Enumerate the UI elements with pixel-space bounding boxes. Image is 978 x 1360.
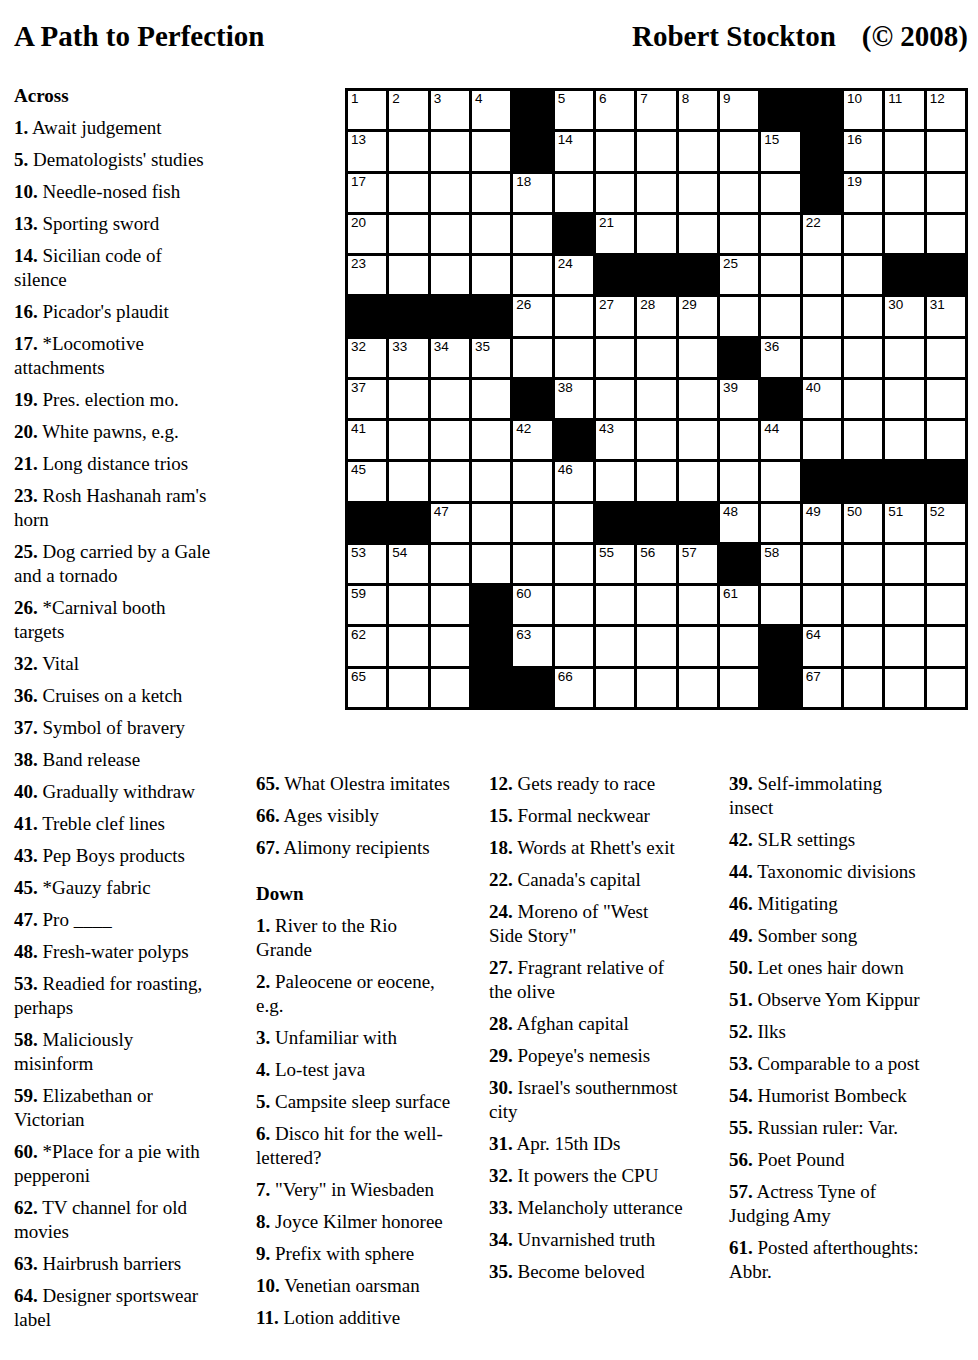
grid-cell-r10c6[interactable]: 46 xyxy=(555,462,593,500)
grid-cell-r4c9[interactable] xyxy=(679,215,717,253)
clue-text: Comparable to a post xyxy=(758,1053,920,1074)
clue-text: It powers the CPU xyxy=(518,1165,659,1186)
grid-cell-r13c12[interactable] xyxy=(803,586,841,624)
grid-cell-r14c3[interactable] xyxy=(431,627,469,665)
grid-cell-r6c5[interactable]: 26 xyxy=(513,297,551,335)
grid-cell-r7c2[interactable]: 33 xyxy=(389,339,427,377)
grid-cell-r6c11[interactable] xyxy=(761,297,799,335)
grid-cell-r7c1[interactable]: 32 xyxy=(348,339,386,377)
grid-cell-r13c1[interactable]: 59 xyxy=(348,586,386,624)
grid-cell-r13c8[interactable] xyxy=(637,586,675,624)
grid-cell-r11c12[interactable]: 49 xyxy=(803,504,841,542)
grid-cell-r6c12[interactable] xyxy=(803,297,841,335)
grid-cell-r9c8[interactable] xyxy=(637,421,675,459)
grid-cell-r7c12[interactable] xyxy=(803,339,841,377)
clue-across-20: 20. White pawns, e.g. xyxy=(14,420,246,444)
grid-cell-r12c14[interactable] xyxy=(885,545,923,583)
grid-cell-r5c1[interactable]: 23 xyxy=(348,256,386,294)
grid-cell-r11c10[interactable]: 48 xyxy=(720,504,758,542)
clue-number: 20. xyxy=(14,421,38,442)
grid-cell-r14c14[interactable] xyxy=(885,627,923,665)
grid-cell-r11c14[interactable]: 51 xyxy=(885,504,923,542)
cell-number: 65 xyxy=(351,669,366,685)
grid-cell-r15c7[interactable] xyxy=(596,669,634,707)
grid-cell-r10c10[interactable] xyxy=(720,462,758,500)
grid-cell-r9c12[interactable] xyxy=(803,421,841,459)
grid-cell-r14c10[interactable] xyxy=(720,627,758,665)
grid-cell-r7c8[interactable] xyxy=(637,339,675,377)
cell-number: 54 xyxy=(392,545,407,561)
grid-cell-r8c12[interactable]: 40 xyxy=(803,380,841,418)
grid-cell-r9c3[interactable] xyxy=(431,421,469,459)
cell-number: 62 xyxy=(351,627,366,643)
grid-cell-r12c8[interactable]: 56 xyxy=(637,545,675,583)
grid-cell-r14c2[interactable] xyxy=(389,627,427,665)
cell-number: 60 xyxy=(516,586,531,602)
cell-number: 57 xyxy=(682,545,697,561)
grid-cell-r8c1[interactable]: 37 xyxy=(348,380,386,418)
clue-text: *Place for a pie with pepperoni xyxy=(14,1141,200,1186)
clue-across-53: 53. Readied for roasting, perhaps xyxy=(14,972,246,1020)
clue-number: 11. xyxy=(256,1307,279,1328)
grid-cell-r4c14[interactable] xyxy=(885,215,923,253)
crossword-page: A Path to Perfection Robert Stockton(© 2… xyxy=(0,0,978,1360)
grid-cell-r13c10[interactable]: 61 xyxy=(720,586,758,624)
grid-cell-r8c10[interactable]: 39 xyxy=(720,380,758,418)
grid-cell-r12c15[interactable] xyxy=(927,545,965,583)
author-name: Robert Stockton xyxy=(632,20,836,52)
grid-cell-r8c14[interactable] xyxy=(885,380,923,418)
clue-number: 29. xyxy=(489,1045,513,1066)
black-cell-r6c1 xyxy=(348,297,386,335)
grid-cell-r2c10[interactable] xyxy=(720,132,758,170)
grid-cell-r15c10[interactable] xyxy=(720,669,758,707)
grid-cell-r11c15[interactable]: 52 xyxy=(927,504,965,542)
grid-cell-r10c1[interactable]: 45 xyxy=(348,462,386,500)
clue-text: Rosh Hashanah ram's horn xyxy=(14,485,206,530)
clue-number: 46. xyxy=(729,893,753,914)
grid-cell-r3c4[interactable] xyxy=(472,174,510,212)
grid-cell-r4c12[interactable]: 22 xyxy=(803,215,841,253)
grid-cell-r8c15[interactable] xyxy=(927,380,965,418)
black-cell-r11c7 xyxy=(596,504,634,542)
clue-number: 53. xyxy=(14,973,38,994)
grid-cell-r3c13[interactable]: 19 xyxy=(844,174,882,212)
clue-text: Mitigating xyxy=(758,893,838,914)
clue-text: Readied for roasting, perhaps xyxy=(14,973,202,1018)
grid-cell-r7c15[interactable] xyxy=(927,339,965,377)
grid-cell-r7c14[interactable] xyxy=(885,339,923,377)
clue-across-65: 65. What Olestra imitates xyxy=(256,772,487,796)
clue-across-13: 13. Sporting sword xyxy=(14,212,246,236)
grid-cell-r8c7[interactable] xyxy=(596,380,634,418)
cell-number: 28 xyxy=(640,297,655,313)
grid-cell-r12c5[interactable] xyxy=(513,545,551,583)
grid-cell-r7c5[interactable] xyxy=(513,339,551,377)
grid-cell-r9c13[interactable] xyxy=(844,421,882,459)
black-cell-r13c4 xyxy=(472,586,510,624)
grid-cell-r3c3[interactable] xyxy=(431,174,469,212)
grid-cell-r13c11[interactable] xyxy=(761,586,799,624)
grid-cell-r14c15[interactable] xyxy=(927,627,965,665)
grid-cell-r13c9[interactable] xyxy=(679,586,717,624)
grid-cell-r3c2[interactable] xyxy=(389,174,427,212)
grid-cell-r13c7[interactable] xyxy=(596,586,634,624)
grid-cell-r11c3[interactable]: 47 xyxy=(431,504,469,542)
clue-text: What Olestra imitates xyxy=(284,773,450,794)
grid-cell-r13c3[interactable] xyxy=(431,586,469,624)
cell-number: 33 xyxy=(392,339,407,355)
black-cell-r1c11 xyxy=(761,91,799,129)
grid-cell-r7c4[interactable]: 35 xyxy=(472,339,510,377)
grid-cell-r3c14[interactable] xyxy=(885,174,923,212)
grid-cell-r14c6[interactable] xyxy=(555,627,593,665)
grid-cell-r14c5[interactable]: 63 xyxy=(513,627,551,665)
cell-number: 31 xyxy=(930,297,945,313)
grid-cell-r14c9[interactable] xyxy=(679,627,717,665)
clue-down-18: 18. Words at Rhett's exit xyxy=(489,836,726,860)
grid-cell-r10c7[interactable] xyxy=(596,462,634,500)
grid-cell-r13c14[interactable] xyxy=(885,586,923,624)
grid-cell-r15c9[interactable] xyxy=(679,669,717,707)
grid-cell-r13c5[interactable]: 60 xyxy=(513,586,551,624)
grid-cell-r2c13[interactable]: 16 xyxy=(844,132,882,170)
grid-cell-r8c4[interactable] xyxy=(472,380,510,418)
grid-cell-r5c2[interactable] xyxy=(389,256,427,294)
cell-number: 39 xyxy=(723,380,738,396)
clue-number: 5. xyxy=(14,149,28,170)
black-cell-r2c5 xyxy=(513,132,551,170)
grid-cell-r12c12[interactable] xyxy=(803,545,841,583)
grid-cell-r9c7[interactable]: 43 xyxy=(596,421,634,459)
grid-cell-r2c14[interactable] xyxy=(885,132,923,170)
clue-number: 27. xyxy=(489,957,513,978)
grid-cell-r9c2[interactable] xyxy=(389,421,427,459)
clue-text: Let ones hair down xyxy=(758,957,904,978)
grid-cell-r4c5[interactable] xyxy=(513,215,551,253)
cell-number: 16 xyxy=(847,132,862,148)
grid-cell-r15c3[interactable] xyxy=(431,669,469,707)
clue-text: TV channel for old movies xyxy=(14,1197,187,1242)
clue-text: Popeye's nemesis xyxy=(518,1045,651,1066)
cell-number: 23 xyxy=(351,256,366,272)
cell-number: 44 xyxy=(764,421,779,437)
grid-cell-r2c6[interactable]: 14 xyxy=(555,132,593,170)
clue-number: 41. xyxy=(14,813,38,834)
clue-text: Taxonomic divisions xyxy=(757,861,916,882)
grid-cell-r10c5[interactable] xyxy=(513,462,551,500)
cell-number: 1 xyxy=(351,91,359,107)
cell-number: 43 xyxy=(599,421,614,437)
grid-cell-r4c4[interactable] xyxy=(472,215,510,253)
black-cell-r3c12 xyxy=(803,174,841,212)
grid-cell-r10c8[interactable] xyxy=(637,462,675,500)
grid-cell-r4c15[interactable] xyxy=(927,215,965,253)
cell-number: 34 xyxy=(434,339,449,355)
grid-cell-r4c3[interactable] xyxy=(431,215,469,253)
grid-cell-r12c9[interactable]: 57 xyxy=(679,545,717,583)
grid-cell-r14c1[interactable]: 62 xyxy=(348,627,386,665)
grid-cell-r15c6[interactable]: 66 xyxy=(555,669,593,707)
clue-number: 53. xyxy=(729,1053,753,1074)
grid-cell-r4c13[interactable] xyxy=(844,215,882,253)
grid-cell-r5c12[interactable] xyxy=(803,256,841,294)
grid-cell-r7c11[interactable]: 36 xyxy=(761,339,799,377)
grid-cell-r1c7[interactable]: 6 xyxy=(596,91,634,129)
clue-number: 54. xyxy=(729,1085,753,1106)
grid-cell-r10c2[interactable] xyxy=(389,462,427,500)
grid-cell-r6c6[interactable] xyxy=(555,297,593,335)
puzzle-title: A Path to Perfection xyxy=(14,20,264,53)
grid-cell-r5c11[interactable] xyxy=(761,256,799,294)
clue-number: 8. xyxy=(256,1211,270,1232)
grid-cell-r9c11[interactable]: 44 xyxy=(761,421,799,459)
grid-cell-r2c7[interactable] xyxy=(596,132,634,170)
grid-cell-r8c6[interactable]: 38 xyxy=(555,380,593,418)
grid-cell-r1c6[interactable]: 5 xyxy=(555,91,593,129)
cell-number: 64 xyxy=(806,627,821,643)
clue-number: 19. xyxy=(14,389,38,410)
grid-cell-r3c7[interactable] xyxy=(596,174,634,212)
clue-number: 13. xyxy=(14,213,38,234)
black-cell-r14c11 xyxy=(761,627,799,665)
grid-cell-r4c7[interactable]: 21 xyxy=(596,215,634,253)
grid-cell-r2c8[interactable] xyxy=(637,132,675,170)
grid-cell-r1c14[interactable]: 11 xyxy=(885,91,923,129)
grid-cell-r8c13[interactable] xyxy=(844,380,882,418)
grid-cell-r7c9[interactable] xyxy=(679,339,717,377)
clue-down-31: 31. Apr. 15th IDs xyxy=(489,1132,726,1156)
clue-text: Humorist Bombeck xyxy=(758,1085,907,1106)
grid-cell-r9c15[interactable] xyxy=(927,421,965,459)
grid-cell-r2c11[interactable]: 15 xyxy=(761,132,799,170)
grid-cell-r15c2[interactable] xyxy=(389,669,427,707)
cell-number: 17 xyxy=(351,174,366,190)
grid-cell-r1c10[interactable]: 9 xyxy=(720,91,758,129)
grid-cell-r3c6[interactable] xyxy=(555,174,593,212)
clue-number: 21. xyxy=(14,453,38,474)
clue-text: Apr. 15th IDs xyxy=(516,1133,620,1154)
grid-cell-r10c3[interactable] xyxy=(431,462,469,500)
grid-cell-r8c9[interactable] xyxy=(679,380,717,418)
grid-cell-r3c9[interactable] xyxy=(679,174,717,212)
grid-cell-r14c13[interactable] xyxy=(844,627,882,665)
clue-number: 63. xyxy=(14,1253,38,1274)
clue-down-50: 50. Let ones hair down xyxy=(729,956,978,980)
grid-cell-r12c1[interactable]: 53 xyxy=(348,545,386,583)
grid-cell-r1c2[interactable]: 2 xyxy=(389,91,427,129)
clue-down-11: 11. Lotion additive xyxy=(256,1306,487,1330)
grid-cell-r15c15[interactable] xyxy=(927,669,965,707)
grid-cell-r7c13[interactable] xyxy=(844,339,882,377)
grid-cell-r14c12[interactable]: 64 xyxy=(803,627,841,665)
grid-cell-r4c8[interactable] xyxy=(637,215,675,253)
grid-cell-r1c8[interactable]: 7 xyxy=(637,91,675,129)
grid-cell-r1c13[interactable]: 10 xyxy=(844,91,882,129)
grid-cell-r15c14[interactable] xyxy=(885,669,923,707)
grid-cell-r11c13[interactable]: 50 xyxy=(844,504,882,542)
grid-cell-r6c14[interactable]: 30 xyxy=(885,297,923,335)
grid-cell-r9c9[interactable] xyxy=(679,421,717,459)
clue-number: 2. xyxy=(256,971,270,992)
grid-cell-r13c13[interactable] xyxy=(844,586,882,624)
grid-cell-r5c5[interactable] xyxy=(513,256,551,294)
grid-cell-r5c10[interactable]: 25 xyxy=(720,256,758,294)
grid-cell-r12c13[interactable] xyxy=(844,545,882,583)
grid-cell-r5c13[interactable] xyxy=(844,256,882,294)
clue-down-24: 24. Moreno of "West Side Story" xyxy=(489,900,726,948)
clue-text: Gradually withdraw xyxy=(43,781,195,802)
grid-cell-r9c4[interactable] xyxy=(472,421,510,459)
clue-number: 61. xyxy=(729,1237,753,1258)
grid-cell-r2c9[interactable] xyxy=(679,132,717,170)
grid-cell-r5c4[interactable] xyxy=(472,256,510,294)
clue-down-49: 49. Somber song xyxy=(729,924,978,948)
grid-cell-r5c3[interactable] xyxy=(431,256,469,294)
grid-cell-r4c10[interactable] xyxy=(720,215,758,253)
cell-number: 52 xyxy=(930,504,945,520)
clue-number: 51. xyxy=(729,989,753,1010)
grid-cell-r8c2[interactable] xyxy=(389,380,427,418)
grid-cell-r11c5[interactable] xyxy=(513,504,551,542)
clue-number: 34. xyxy=(489,1229,513,1250)
grid-cell-r6c8[interactable]: 28 xyxy=(637,297,675,335)
grid-cell-r9c1[interactable]: 41 xyxy=(348,421,386,459)
grid-cell-r12c4[interactable] xyxy=(472,545,510,583)
grid-cell-r1c9[interactable]: 8 xyxy=(679,91,717,129)
clue-across-40: 40. Gradually withdraw xyxy=(14,780,246,804)
grid-cell-r10c11[interactable] xyxy=(761,462,799,500)
clue-down-5: 5. Campsite sleep surface xyxy=(256,1090,487,1114)
grid-cell-r15c12[interactable]: 67 xyxy=(803,669,841,707)
black-cell-r2c12 xyxy=(803,132,841,170)
cell-number: 21 xyxy=(599,215,614,231)
grid-cell-r6c15[interactable]: 31 xyxy=(927,297,965,335)
clue-text: Israel's southernmost city xyxy=(489,1077,678,1122)
grid-cell-r10c4[interactable] xyxy=(472,462,510,500)
clue-number: 23. xyxy=(14,485,38,506)
cell-number: 61 xyxy=(723,586,738,602)
clue-text: Ilks xyxy=(758,1021,787,1042)
grid-cell-r11c4[interactable] xyxy=(472,504,510,542)
cell-number: 19 xyxy=(847,174,862,190)
grid-cell-r7c6[interactable] xyxy=(555,339,593,377)
grid-cell-r9c14[interactable] xyxy=(885,421,923,459)
grid-cell-r4c11[interactable] xyxy=(761,215,799,253)
grid-cell-r5c6[interactable]: 24 xyxy=(555,256,593,294)
clue-text: Afghan capital xyxy=(516,1013,628,1034)
grid-cell-r4c2[interactable] xyxy=(389,215,427,253)
grid-cell-r12c6[interactable] xyxy=(555,545,593,583)
grid-cell-r13c15[interactable] xyxy=(927,586,965,624)
clue-number: 57. xyxy=(729,1181,753,1202)
grid-cell-r8c3[interactable] xyxy=(431,380,469,418)
grid-cell-r15c8[interactable] xyxy=(637,669,675,707)
cell-number: 53 xyxy=(351,545,366,561)
grid-cell-r3c11[interactable] xyxy=(761,174,799,212)
clue-number: 22. xyxy=(489,869,513,890)
grid-cell-r6c9[interactable]: 29 xyxy=(679,297,717,335)
grid-cell-r6c10[interactable] xyxy=(720,297,758,335)
cell-number: 25 xyxy=(723,256,738,272)
grid-cell-r2c2[interactable] xyxy=(389,132,427,170)
black-cell-r15c11 xyxy=(761,669,799,707)
grid-cell-r1c15[interactable]: 12 xyxy=(927,91,965,129)
clue-text: White pawns, e.g. xyxy=(42,421,179,442)
grid-cell-r3c1[interactable]: 17 xyxy=(348,174,386,212)
black-cell-r15c4 xyxy=(472,669,510,707)
black-cell-r8c5 xyxy=(513,380,551,418)
grid-cell-r15c13[interactable] xyxy=(844,669,882,707)
black-cell-r10c14 xyxy=(885,462,923,500)
black-cell-r5c15 xyxy=(927,256,965,294)
grid-cell-r2c1[interactable]: 13 xyxy=(348,132,386,170)
clue-text: Moreno of "West Side Story" xyxy=(489,901,648,946)
grid-cell-r1c3[interactable]: 3 xyxy=(431,91,469,129)
clue-text: Pres. election mo. xyxy=(43,389,179,410)
clue-down-55: 55. Russian ruler: Var. xyxy=(729,1116,978,1140)
grid-cell-r2c3[interactable] xyxy=(431,132,469,170)
grid-cell-r10c9[interactable] xyxy=(679,462,717,500)
clue-text: Picador's plaudit xyxy=(43,301,169,322)
clue-down-56: 56. Poet Pound xyxy=(729,1148,978,1172)
cell-number: 38 xyxy=(558,380,573,396)
clue-number: 58. xyxy=(14,1029,38,1050)
grid-cell-r1c1[interactable]: 1 xyxy=(348,91,386,129)
grid-cell-r13c6[interactable] xyxy=(555,586,593,624)
grid-cell-r3c10[interactable] xyxy=(720,174,758,212)
grid-cell-r4c1[interactable]: 20 xyxy=(348,215,386,253)
grid-cell-r12c7[interactable]: 55 xyxy=(596,545,634,583)
grid-cell-r13c2[interactable] xyxy=(389,586,427,624)
clue-text: Prefix with sphere xyxy=(275,1243,414,1264)
grid-cell-r8c8[interactable] xyxy=(637,380,675,418)
grid-cell-r3c5[interactable]: 18 xyxy=(513,174,551,212)
grid-cell-r11c6[interactable] xyxy=(555,504,593,542)
clue-text: Cruises on a ketch xyxy=(43,685,183,706)
grid-cell-r3c15[interactable] xyxy=(927,174,965,212)
clue-number: 48. xyxy=(14,941,38,962)
grid-cell-r1c4[interactable]: 4 xyxy=(472,91,510,129)
grid-cell-r14c8[interactable] xyxy=(637,627,675,665)
clue-across-17: 17. *Locomotive attachments xyxy=(14,332,246,380)
grid-cell-r7c7[interactable] xyxy=(596,339,634,377)
clue-across-26: 26. *Carnival booth targets xyxy=(14,596,246,644)
grid-cell-r12c11[interactable]: 58 xyxy=(761,545,799,583)
grid-cell-r6c7[interactable]: 27 xyxy=(596,297,634,335)
grid-cell-r9c5[interactable]: 42 xyxy=(513,421,551,459)
grid-cell-r3c8[interactable] xyxy=(637,174,675,212)
clue-text: Pep Boys products xyxy=(43,845,186,866)
cell-number: 42 xyxy=(516,421,531,437)
grid-cell-r7c3[interactable]: 34 xyxy=(431,339,469,377)
grid-cell-r14c7[interactable] xyxy=(596,627,634,665)
grid-cell-r6c13[interactable] xyxy=(844,297,882,335)
grid-cell-r15c1[interactable]: 65 xyxy=(348,669,386,707)
clue-down-27: 27. Fragrant relative of the olive xyxy=(489,956,726,1004)
grid-cell-r12c2[interactable]: 54 xyxy=(389,545,427,583)
cell-number: 35 xyxy=(475,339,490,355)
grid-cell-r9c10[interactable] xyxy=(720,421,758,459)
clue-number: 17. xyxy=(14,333,38,354)
grid-cell-r11c11[interactable] xyxy=(761,504,799,542)
clue-number: 7. xyxy=(256,1179,270,1200)
grid-cell-r2c4[interactable] xyxy=(472,132,510,170)
grid-cell-r2c15[interactable] xyxy=(927,132,965,170)
grid-cell-r12c3[interactable] xyxy=(431,545,469,583)
clue-text: Joyce Kilmer honoree xyxy=(275,1211,443,1232)
black-cell-r6c3 xyxy=(431,297,469,335)
